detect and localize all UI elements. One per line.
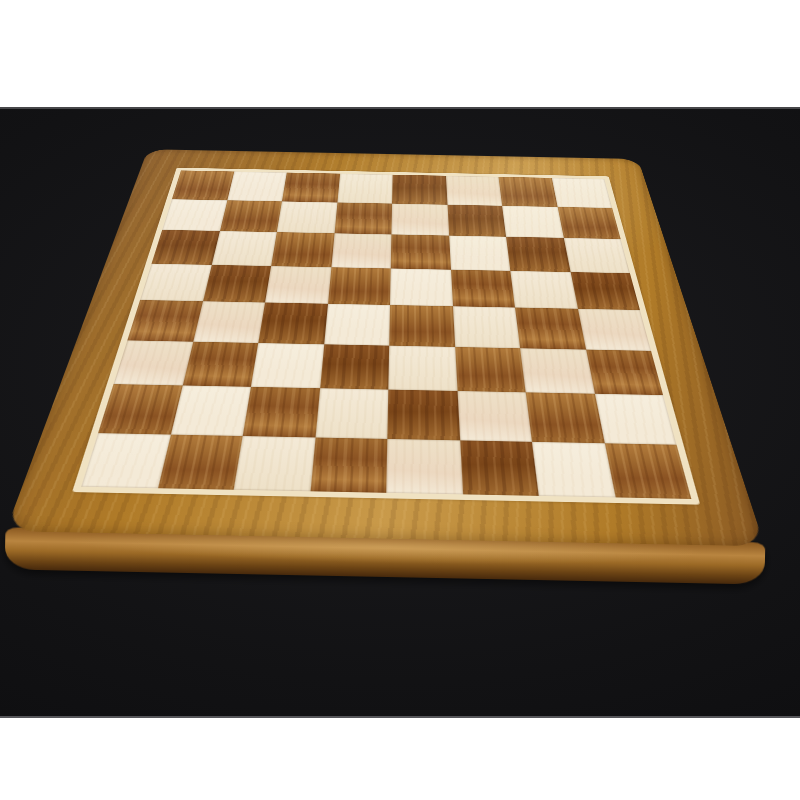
square-g6: [506, 237, 570, 272]
square-a7: [162, 199, 227, 231]
square-h5: [570, 272, 640, 310]
board-scene: [86, 107, 694, 609]
square-h8: [551, 178, 612, 208]
square-a4: [127, 300, 202, 341]
square-d6: [331, 233, 391, 268]
square-c2: [243, 387, 320, 437]
square-h3: [586, 349, 664, 395]
square-h2: [594, 394, 676, 445]
square-e7: [391, 203, 448, 235]
square-f4: [452, 306, 520, 348]
square-h6: [563, 238, 630, 273]
square-e5: [390, 268, 452, 306]
square-b7: [219, 200, 281, 232]
square-g3: [520, 348, 594, 394]
board-3d: [6, 149, 766, 546]
square-a3: [114, 340, 193, 385]
square-g5: [510, 271, 577, 309]
square-e3: [388, 345, 457, 391]
square-f3: [455, 347, 526, 393]
square-f2: [457, 391, 532, 441]
square-a8: [172, 170, 234, 200]
square-a1: [81, 433, 170, 489]
square-c1: [234, 436, 315, 492]
square-f1: [460, 440, 539, 496]
square-c7: [277, 201, 337, 233]
square-f5: [451, 269, 515, 307]
square-f6: [449, 236, 511, 271]
square-d4: [324, 304, 390, 346]
board-frame: [6, 149, 766, 546]
chessboard-grid: [81, 170, 691, 499]
square-a6: [152, 230, 220, 265]
square-h1: [604, 443, 691, 499]
square-g4: [515, 308, 586, 350]
square-e6: [391, 234, 451, 269]
square-e1: [386, 439, 462, 495]
square-d1: [310, 437, 387, 493]
square-e8: [392, 175, 447, 205]
square-g1: [532, 441, 615, 497]
square-e4: [389, 305, 454, 347]
square-b5: [203, 265, 272, 303]
square-g8: [498, 177, 557, 207]
square-g7: [502, 206, 563, 238]
square-h7: [557, 207, 621, 239]
square-c4: [258, 302, 327, 343]
square-f7: [447, 204, 506, 236]
square-b4: [193, 301, 265, 342]
square-b2: [170, 385, 250, 435]
square-b6: [211, 231, 276, 266]
letterbox-top: [0, 0, 800, 107]
square-c8: [282, 173, 340, 203]
square-c6: [271, 232, 334, 267]
square-c5: [265, 266, 331, 304]
square-b1: [157, 434, 242, 490]
square-e2: [387, 390, 459, 440]
square-g2: [526, 392, 604, 443]
square-d3: [320, 344, 390, 390]
square-h4: [577, 309, 651, 351]
square-d5: [328, 267, 391, 305]
square-f8: [446, 176, 503, 206]
square-b8: [227, 171, 287, 201]
square-d2: [315, 388, 388, 438]
square-a2: [98, 384, 182, 434]
square-c3: [251, 343, 324, 389]
square-a5: [140, 263, 211, 301]
product-photo: [0, 107, 800, 718]
square-b3: [182, 341, 258, 386]
square-d7: [334, 202, 392, 234]
square-d8: [337, 174, 393, 204]
letterbox-bottom: [0, 718, 800, 800]
